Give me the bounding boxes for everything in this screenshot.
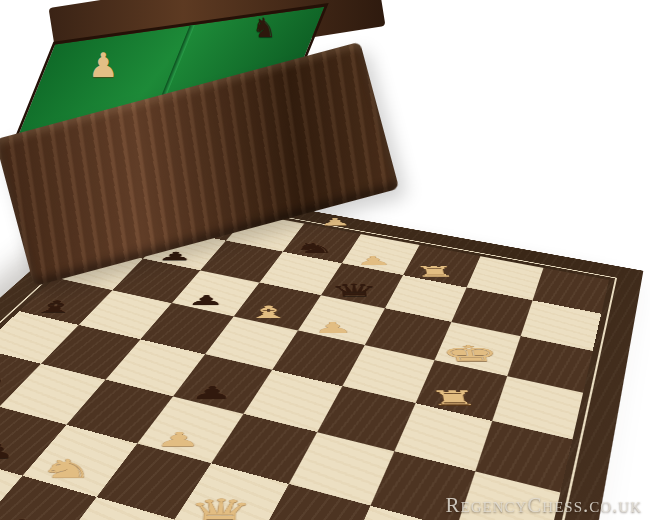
rim-white-pawn-icon: ♟	[319, 217, 352, 227]
white-pawn: ♟	[154, 430, 203, 450]
white-rook: ♜	[413, 265, 458, 279]
black-queen: ♛	[329, 281, 381, 299]
white-queen: ♛	[185, 495, 254, 520]
black-bishop: ♝	[29, 299, 81, 316]
white-pawn: ♟	[313, 320, 354, 335]
black-pawn: ♟	[0, 516, 48, 520]
black-knight: ♞	[293, 241, 336, 255]
black-pawn: ♟	[186, 293, 226, 307]
boxed-black-knight-icon: ♞	[252, 14, 276, 41]
boxed-white-pawn-icon: ♟	[88, 48, 118, 82]
white-king: ♚	[438, 342, 502, 365]
wooden-storage-box: ♟ ♞	[2, 0, 394, 242]
watermark-text: RegencyChess.co.uk	[445, 493, 642, 518]
white-pawn: ♟	[355, 255, 393, 267]
white-rook: ♜	[427, 388, 481, 408]
white-knight: ♞	[35, 456, 99, 482]
black-pawn: ♟	[0, 441, 22, 462]
white-bishop: ♝	[245, 304, 292, 321]
black-pawn: ♟	[189, 384, 234, 402]
black-king: ♚	[0, 370, 11, 394]
